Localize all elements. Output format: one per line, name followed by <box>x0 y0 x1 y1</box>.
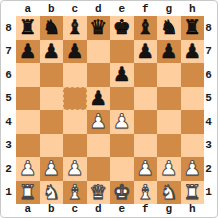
file-labels-top: abcdefgh <box>16 2 204 15</box>
square-c2[interactable]: ♟ <box>63 157 87 181</box>
square-e6[interactable]: ♟ <box>110 63 134 87</box>
square-d1[interactable]: ♛ <box>87 181 111 205</box>
square-e7[interactable] <box>110 40 134 64</box>
square-d5[interactable]: ♟ <box>87 87 111 111</box>
square-e3[interactable] <box>110 134 134 158</box>
square-d3[interactable] <box>87 134 111 158</box>
square-h8[interactable]: ♜ <box>181 16 205 40</box>
square-a7[interactable]: ♟ <box>16 40 40 64</box>
piece-white-bishop-c1[interactable]: ♝ <box>63 181 87 205</box>
square-a8[interactable]: ♜ <box>16 16 40 40</box>
square-b7[interactable]: ♟ <box>40 40 64 64</box>
piece-white-rook-a1[interactable]: ♜ <box>16 181 40 205</box>
square-f2[interactable]: ♟ <box>134 157 158 181</box>
rank-label-8: 8 <box>2 16 15 40</box>
file-label-a: a <box>16 202 40 215</box>
file-label-b: b <box>40 2 64 15</box>
rank-label-6: 6 <box>2 63 15 87</box>
piece-white-bishop-f1[interactable]: ♝ <box>134 181 158 205</box>
file-label-g: g <box>157 2 181 15</box>
square-f6[interactable] <box>134 63 158 87</box>
file-label-d: d <box>87 2 111 15</box>
file-label-e: e <box>110 2 134 15</box>
square-a1[interactable]: ♜ <box>16 181 40 205</box>
piece-white-pawn-c2[interactable]: ♟ <box>63 157 87 181</box>
square-h7[interactable]: ♟ <box>181 40 205 64</box>
square-a4[interactable] <box>16 110 40 134</box>
square-g8[interactable]: ♞ <box>157 16 181 40</box>
piece-black-bishop-c8[interactable]: ♝ <box>63 16 87 40</box>
piece-white-pawn-h2[interactable]: ♟ <box>181 157 205 181</box>
square-g1[interactable]: ♞ <box>157 181 181 205</box>
chess-board: ♜♞♝♛♚♝♞♜♟♟♟♟♟♟♟♟♟♟♟♟♟♟♟♟♜♞♝♛♚♝♞♜ <box>16 16 204 204</box>
square-f1[interactable]: ♝ <box>134 181 158 205</box>
rank-label-5: 5 <box>2 87 15 111</box>
piece-black-rook-a8[interactable]: ♜ <box>16 16 40 40</box>
square-a6[interactable] <box>16 63 40 87</box>
piece-white-pawn-f2[interactable]: ♟ <box>134 157 158 181</box>
square-h3[interactable] <box>181 134 205 158</box>
rank-label-3: 3 <box>202 134 215 158</box>
square-b8[interactable]: ♞ <box>40 16 64 40</box>
square-d8[interactable]: ♛ <box>87 16 111 40</box>
file-label-c: c <box>63 202 87 215</box>
rank-label-4: 4 <box>2 110 15 134</box>
rank-labels-right: 87654321 <box>202 16 215 204</box>
rank-label-4: 4 <box>202 110 215 134</box>
square-f7[interactable]: ♟ <box>134 40 158 64</box>
square-e5[interactable] <box>110 87 134 111</box>
square-c4[interactable] <box>63 110 87 134</box>
square-h2[interactable]: ♟ <box>181 157 205 181</box>
square-f4[interactable] <box>134 110 158 134</box>
square-d4[interactable]: ♟ <box>87 110 111 134</box>
square-a2[interactable]: ♟ <box>16 157 40 181</box>
square-b5[interactable] <box>40 87 64 111</box>
square-d2[interactable] <box>87 157 111 181</box>
piece-black-pawn-g7[interactable]: ♟ <box>157 40 181 64</box>
piece-white-king-e1[interactable]: ♚ <box>110 181 134 205</box>
rank-labels-left: 87654321 <box>2 16 15 204</box>
square-e8[interactable]: ♚ <box>110 16 134 40</box>
file-label-d: d <box>87 202 111 215</box>
square-e2[interactable] <box>110 157 134 181</box>
square-g3[interactable] <box>157 134 181 158</box>
square-h1[interactable]: ♜ <box>181 181 205 205</box>
file-label-h: h <box>181 202 205 215</box>
piece-black-rook-h8[interactable]: ♜ <box>181 16 205 40</box>
rank-label-3: 3 <box>2 134 15 158</box>
square-d7[interactable] <box>87 40 111 64</box>
file-label-e: e <box>110 202 134 215</box>
rank-label-7: 7 <box>2 40 15 64</box>
square-d6[interactable] <box>87 63 111 87</box>
square-b6[interactable] <box>40 63 64 87</box>
square-g2[interactable]: ♟ <box>157 157 181 181</box>
square-g4[interactable] <box>157 110 181 134</box>
piece-black-bishop-f8[interactable]: ♝ <box>134 16 158 40</box>
piece-black-pawn-d5[interactable]: ♟ <box>87 87 111 111</box>
square-e4[interactable]: ♟ <box>110 110 134 134</box>
rank-label-5: 5 <box>202 87 215 111</box>
file-labels-bottom: abcdefgh <box>16 202 204 215</box>
rank-label-6: 6 <box>202 63 215 87</box>
piece-black-king-e8[interactable]: ♚ <box>110 16 134 40</box>
highlight-marker-c5 <box>63 87 87 111</box>
rank-label-2: 2 <box>202 157 215 181</box>
square-c6[interactable] <box>63 63 87 87</box>
square-f3[interactable] <box>134 134 158 158</box>
piece-white-pawn-a2[interactable]: ♟ <box>16 157 40 181</box>
square-h6[interactable] <box>181 63 205 87</box>
square-c7[interactable]: ♟ <box>63 40 87 64</box>
file-label-g: g <box>157 202 181 215</box>
file-label-a: a <box>16 2 40 15</box>
square-a5[interactable] <box>16 87 40 111</box>
piece-black-pawn-e6[interactable]: ♟ <box>110 63 134 87</box>
square-h5[interactable] <box>181 87 205 111</box>
file-label-h: h <box>181 2 205 15</box>
rank-label-7: 7 <box>202 40 215 64</box>
square-g5[interactable] <box>157 87 181 111</box>
piece-white-pawn-g2[interactable]: ♟ <box>157 157 181 181</box>
piece-white-knight-b1[interactable]: ♞ <box>40 181 64 205</box>
square-b1[interactable]: ♞ <box>40 181 64 205</box>
piece-white-pawn-b2[interactable]: ♟ <box>40 157 64 181</box>
piece-black-queen-d8[interactable]: ♛ <box>87 16 111 40</box>
square-c3[interactable] <box>63 134 87 158</box>
rank-label-1: 1 <box>2 181 15 205</box>
file-label-c: c <box>63 2 87 15</box>
piece-white-knight-g1[interactable]: ♞ <box>157 181 181 205</box>
piece-black-pawn-a7[interactable]: ♟ <box>16 40 40 64</box>
file-label-f: f <box>134 202 158 215</box>
piece-white-pawn-d4[interactable]: ♟ <box>87 110 111 134</box>
piece-white-rook-h1[interactable]: ♜ <box>181 181 205 205</box>
rank-label-8: 8 <box>202 16 215 40</box>
rank-label-1: 1 <box>202 181 215 205</box>
piece-black-pawn-f7[interactable]: ♟ <box>134 40 158 64</box>
square-g6[interactable] <box>157 63 181 87</box>
piece-white-pawn-e4[interactable]: ♟ <box>110 110 134 134</box>
square-e1[interactable]: ♚ <box>110 181 134 205</box>
square-f5[interactable] <box>134 87 158 111</box>
square-a3[interactable] <box>16 134 40 158</box>
square-c8[interactable]: ♝ <box>63 16 87 40</box>
piece-black-knight-g8[interactable]: ♞ <box>157 16 181 40</box>
square-h4[interactable] <box>181 110 205 134</box>
piece-black-pawn-h7[interactable]: ♟ <box>181 40 205 64</box>
square-b4[interactable] <box>40 110 64 134</box>
rank-label-2: 2 <box>2 157 15 181</box>
file-label-f: f <box>134 2 158 15</box>
square-c5[interactable] <box>63 87 87 111</box>
piece-white-queen-d1[interactable]: ♛ <box>87 181 111 205</box>
square-f8[interactable]: ♝ <box>134 16 158 40</box>
square-b2[interactable]: ♟ <box>40 157 64 181</box>
square-c1[interactable]: ♝ <box>63 181 87 205</box>
file-label-b: b <box>40 202 64 215</box>
piece-black-knight-b8[interactable]: ♞ <box>40 16 64 40</box>
square-g7[interactable]: ♟ <box>157 40 181 64</box>
chess-diagram: abcdefgh 87654321 ♜♞♝♛♚♝♞♜♟♟♟♟♟♟♟♟♟♟♟♟♟♟… <box>0 0 218 218</box>
piece-black-pawn-b7[interactable]: ♟ <box>40 40 64 64</box>
piece-black-pawn-c7[interactable]: ♟ <box>63 40 87 64</box>
square-b3[interactable] <box>40 134 64 158</box>
